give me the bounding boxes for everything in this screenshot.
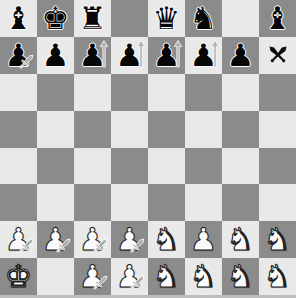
square-c8[interactable]: ♜ bbox=[74, 0, 111, 37]
white-knight: ♞ bbox=[227, 224, 255, 255]
square-h5[interactable] bbox=[259, 111, 296, 148]
square-b7[interactable]: ♟ bbox=[37, 37, 74, 74]
black-pawn-with-spear: ♟ bbox=[79, 40, 107, 71]
square-d5[interactable] bbox=[111, 111, 148, 148]
square-g3[interactable] bbox=[222, 184, 259, 221]
square-g4[interactable] bbox=[222, 148, 259, 185]
square-c5[interactable] bbox=[74, 111, 111, 148]
square-a1[interactable]: ♚ bbox=[0, 258, 37, 295]
square-d1[interactable]: ♟ bbox=[111, 258, 148, 295]
black-pawn-with-sword: ♟ bbox=[5, 40, 33, 71]
square-d3[interactable] bbox=[111, 184, 148, 221]
square-b8[interactable]: ♚ bbox=[37, 0, 74, 37]
square-b3[interactable] bbox=[37, 184, 74, 221]
square-d2[interactable]: ♟ bbox=[111, 221, 148, 258]
crossed-daggers-icon bbox=[265, 42, 291, 68]
square-b2[interactable]: ♟ bbox=[37, 221, 74, 258]
white-pawn-with-sword: ♟ bbox=[79, 224, 107, 255]
white-pawn-with-sword: ♟ bbox=[116, 261, 144, 292]
square-g2[interactable]: ♞ bbox=[222, 221, 259, 258]
square-a5[interactable] bbox=[0, 111, 37, 148]
square-e4[interactable] bbox=[148, 148, 185, 185]
square-e7[interactable]: ♟ bbox=[148, 37, 185, 74]
square-c4[interactable] bbox=[74, 148, 111, 185]
square-e5[interactable] bbox=[148, 111, 185, 148]
square-h2[interactable]: ♞ bbox=[259, 221, 296, 258]
square-d6[interactable] bbox=[111, 74, 148, 111]
square-h6[interactable] bbox=[259, 74, 296, 111]
white-pawn: ♟ bbox=[190, 224, 218, 255]
square-f5[interactable] bbox=[185, 111, 222, 148]
square-h1[interactable]: ♞ bbox=[259, 258, 296, 295]
square-a3[interactable] bbox=[0, 184, 37, 221]
square-a2[interactable]: ♟ bbox=[0, 221, 37, 258]
white-knight: ♞ bbox=[153, 261, 181, 292]
square-g6[interactable] bbox=[222, 74, 259, 111]
white-king: ♚ bbox=[5, 261, 33, 292]
black-rook: ♜ bbox=[79, 3, 107, 34]
square-a7[interactable]: ♟ bbox=[0, 37, 37, 74]
square-e1[interactable]: ♞ bbox=[148, 258, 185, 295]
square-g7[interactable]: ♟ bbox=[222, 37, 259, 74]
square-f3[interactable] bbox=[185, 184, 222, 221]
white-pawn-with-sword: ♟ bbox=[79, 261, 107, 292]
square-d4[interactable] bbox=[111, 148, 148, 185]
black-bishop: ♝ bbox=[5, 3, 33, 34]
square-f1[interactable]: ♞ bbox=[185, 258, 222, 295]
black-pawn: ♟ bbox=[42, 40, 70, 71]
square-a4[interactable] bbox=[0, 148, 37, 185]
square-d7[interactable]: ♟ bbox=[111, 37, 148, 74]
square-e2[interactable]: ♞ bbox=[148, 221, 185, 258]
black-king: ♚ bbox=[42, 3, 70, 34]
square-g5[interactable] bbox=[222, 111, 259, 148]
square-g1[interactable]: ♞ bbox=[222, 258, 259, 295]
white-knight: ♞ bbox=[227, 261, 255, 292]
square-b4[interactable] bbox=[37, 148, 74, 185]
white-knight: ♞ bbox=[190, 261, 218, 292]
chess-board: ♝♚♜♛♞♝♟ ♟♟ ♟ ♟ ♟ ♟ bbox=[0, 0, 296, 295]
white-pawn-with-sword: ♟ bbox=[42, 224, 70, 255]
black-pawn-with-spear: ♟ bbox=[116, 40, 144, 71]
square-f8[interactable]: ♞ bbox=[185, 0, 222, 37]
square-c3[interactable] bbox=[74, 184, 111, 221]
square-b1[interactable] bbox=[37, 258, 74, 295]
white-pawn-with-sword: ♟ bbox=[116, 224, 144, 255]
white-knight: ♞ bbox=[264, 224, 292, 255]
black-knight: ♞ bbox=[190, 3, 218, 34]
square-c6[interactable] bbox=[74, 74, 111, 111]
square-f2[interactable]: ♟ bbox=[185, 221, 222, 258]
square-e6[interactable] bbox=[148, 74, 185, 111]
black-pawn-with-spear: ♟ bbox=[190, 40, 218, 71]
black-queen: ♛ bbox=[153, 3, 181, 34]
square-d8[interactable] bbox=[111, 0, 148, 37]
black-pawn: ♟ bbox=[227, 40, 255, 71]
square-f4[interactable] bbox=[185, 148, 222, 185]
square-g8[interactable] bbox=[222, 0, 259, 37]
square-c7[interactable]: ♟ bbox=[74, 37, 111, 74]
square-b5[interactable] bbox=[37, 111, 74, 148]
black-pawn-with-spear: ♟ bbox=[153, 40, 181, 71]
game-screen: ♝♚♜♛♞♝♟ ♟♟ ♟ ♟ ♟ ♟ bbox=[0, 0, 296, 298]
square-h4[interactable] bbox=[259, 148, 296, 185]
square-e8[interactable]: ♛ bbox=[148, 0, 185, 37]
square-c2[interactable]: ♟ bbox=[74, 221, 111, 258]
white-pawn-with-sword: ♟ bbox=[5, 224, 33, 255]
square-b6[interactable] bbox=[37, 74, 74, 111]
square-f7[interactable]: ♟ bbox=[185, 37, 222, 74]
square-h8[interactable]: ♝ bbox=[259, 0, 296, 37]
black-bishop: ♝ bbox=[264, 3, 292, 34]
square-h3[interactable] bbox=[259, 184, 296, 221]
square-a6[interactable] bbox=[0, 74, 37, 111]
square-h7[interactable] bbox=[259, 37, 296, 74]
square-e3[interactable] bbox=[148, 184, 185, 221]
square-a8[interactable]: ♝ bbox=[0, 0, 37, 37]
square-c1[interactable]: ♟ bbox=[74, 258, 111, 295]
white-knight: ♞ bbox=[153, 224, 181, 255]
square-f6[interactable] bbox=[185, 74, 222, 111]
white-knight: ♞ bbox=[264, 261, 292, 292]
